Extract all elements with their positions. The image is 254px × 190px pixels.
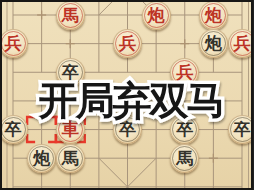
piece-glyph: 馬 — [176, 150, 193, 167]
piece-red-horse[interactable]: 馬 — [56, 1, 85, 30]
caption-text: 开局弃双马 — [38, 78, 224, 123]
piece-red-pawn-file1[interactable]: 兵 — [0, 29, 28, 58]
piece-glyph: 炮 — [148, 7, 165, 24]
piece-black-cannon-left[interactable]: 炮 — [27, 144, 56, 173]
piece-glyph: 兵 — [5, 35, 22, 52]
caption-overlay: 开局弃双马 — [0, 70, 253, 130]
piece-glyph: 炮 — [205, 7, 222, 24]
piece-black-horse-left[interactable]: 馬 — [56, 144, 85, 173]
piece-glyph: 炮 — [33, 150, 50, 167]
piece-red-pawn-file5[interactable]: 兵 — [113, 29, 142, 58]
piece-glyph: 炮 — [205, 35, 222, 52]
piece-black-cannon-advanced[interactable]: 炮 — [199, 29, 228, 58]
piece-glyph: 兵 — [234, 35, 251, 52]
piece-red-pawn-file9[interactable]: 兵 — [228, 29, 254, 58]
letterbox-top — [0, 0, 253, 2]
piece-glyph: 馬 — [62, 150, 79, 167]
letterbox-left — [0, 0, 2, 190]
letterbox-bottom — [0, 188, 253, 190]
piece-glyph: 馬 — [62, 7, 79, 24]
piece-red-cannon-center[interactable]: 炮 — [142, 1, 171, 30]
letterbox-right — [251, 0, 253, 190]
piece-black-horse-right[interactable]: 馬 — [170, 144, 199, 173]
grid-line — [99, 0, 128, 15]
piece-glyph: 兵 — [119, 35, 136, 52]
piece-red-cannon-right[interactable]: 炮 — [199, 1, 228, 30]
xiangqi-video-frame: 馬炮炮兵兵兵兵車炮卒卒卒卒卒炮馬馬 开局弃双马 — [0, 0, 253, 190]
